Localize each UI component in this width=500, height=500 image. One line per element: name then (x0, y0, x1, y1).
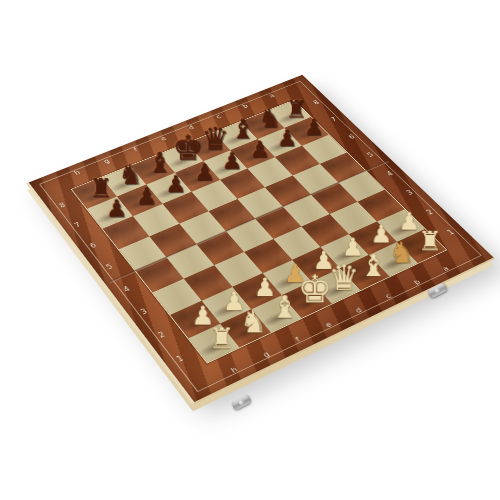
square-h6[interactable] (103, 216, 149, 249)
black-pawn[interactable]: ♟ (194, 161, 215, 184)
rank-label-7: 7 (64, 213, 92, 239)
rank-label-2: 2 (146, 320, 177, 350)
rank-label-3: 3 (394, 181, 425, 205)
board-frame: ♜♞♝♚♛♝♞♜♟♟♟♟♟♟♟♟♟♟♟♟♟♟♟♟♜♞♝♚♛♝♞♜ hgfedcb… (26, 75, 495, 405)
black-pawn[interactable]: ♟ (106, 197, 128, 221)
white-knight[interactable]: ♞ (240, 307, 267, 337)
white-king[interactable]: ♚ (297, 271, 331, 309)
black-pawn[interactable]: ♟ (277, 127, 297, 150)
rank-label-8: 8 (49, 193, 77, 218)
white-rook[interactable]: ♜ (418, 228, 442, 255)
file-label-a: a (255, 87, 288, 104)
white-queen[interactable]: ♛ (329, 260, 360, 295)
rank-label-4: 4 (375, 162, 405, 186)
rank-label-7: 7 (320, 109, 349, 131)
rank-label-4: 4 (112, 275, 142, 303)
white-knight[interactable]: ♞ (389, 239, 415, 268)
file-label-a: a (427, 257, 464, 279)
rank-label-3: 3 (129, 298, 160, 327)
white-pawn[interactable]: ♟ (398, 209, 420, 233)
rank-label-5: 5 (356, 144, 386, 167)
rank-label-5: 5 (95, 254, 124, 281)
rank-label-6: 6 (338, 126, 367, 148)
black-pawn[interactable]: ♟ (222, 149, 243, 172)
rank-label-6: 6 (79, 233, 108, 259)
rank-label-1: 1 (164, 344, 196, 375)
white-bishop[interactable]: ♝ (270, 292, 298, 323)
black-pawn[interactable]: ♟ (136, 185, 157, 209)
metal-clasp-bottom[interactable] (231, 394, 252, 411)
chess-board: ♜♞♝♚♛♝♞♜♟♟♟♟♟♟♟♟♟♟♟♟♟♟♟♟♜♞♝♚♛♝♞♜ hgfedcb… (26, 75, 495, 405)
black-pawn[interactable]: ♟ (304, 116, 324, 139)
black-pawn[interactable]: ♟ (165, 173, 186, 197)
black-pawn[interactable]: ♟ (250, 138, 271, 161)
white-bishop[interactable]: ♝ (360, 251, 387, 281)
product-photo-scene: ♜♞♝♚♛♝♞♜♟♟♟♟♟♟♟♟♟♟♟♟♟♟♟♟♜♞♝♚♛♝♞♜ hgfedcb… (0, 0, 500, 500)
white-rook[interactable]: ♜ (209, 324, 235, 353)
